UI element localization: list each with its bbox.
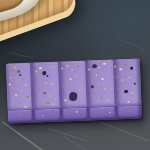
wax-segment-top [6,63,32,111]
wax-segment-top [88,60,114,108]
wax-segment-top [61,61,87,109]
wax-segment-front [117,105,142,119]
wax-segment-front [90,106,115,120]
wax-segment-front [35,109,60,123]
wax-segment-top [33,62,59,110]
bar-top-face [6,58,142,110]
photo-scene [0,0,150,150]
wax-segment-front [62,108,87,122]
wax-segment-front [8,110,33,124]
wax-segment-top [115,58,141,106]
wax-melt-bar [6,58,142,123]
